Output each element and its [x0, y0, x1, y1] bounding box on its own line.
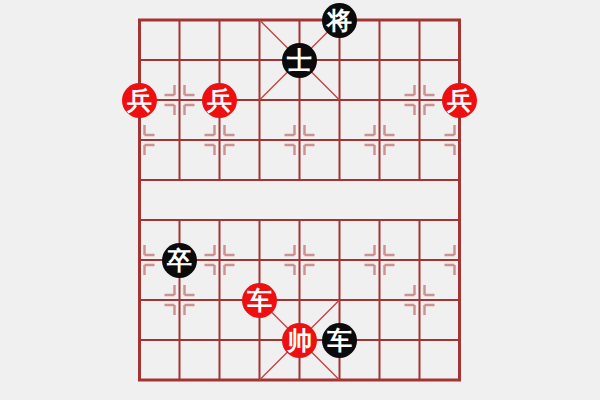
piece-black-general[interactable]: 将: [322, 3, 357, 38]
piece-red-general[interactable]: 帅: [282, 323, 317, 358]
piece-black-advisor[interactable]: 士: [282, 43, 317, 78]
piece-red-soldier[interactable]: 兵: [122, 83, 157, 118]
piece-red-soldier[interactable]: 兵: [442, 83, 477, 118]
piece-black-chariot[interactable]: 车: [322, 323, 357, 358]
piece-red-chariot[interactable]: 车: [242, 283, 277, 318]
piece-red-soldier[interactable]: 兵: [202, 83, 237, 118]
xiangqi-app: 将士兵兵兵卒车帅车: [0, 0, 600, 400]
piece-black-soldier[interactable]: 卒: [162, 243, 197, 278]
pieces-layer: 将士兵兵兵卒车帅车: [120, 0, 480, 400]
